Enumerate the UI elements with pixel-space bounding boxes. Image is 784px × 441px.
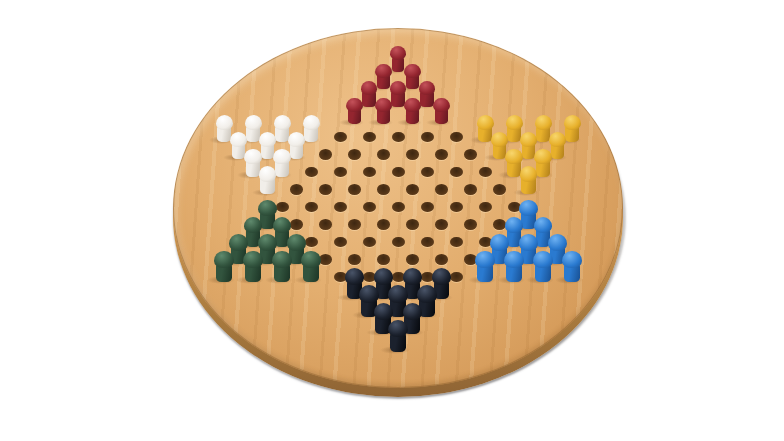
hole[interactable] <box>305 237 318 248</box>
hole[interactable] <box>363 132 376 143</box>
board-cell <box>485 181 514 199</box>
hole[interactable] <box>392 167 405 178</box>
peg-green[interactable] <box>272 251 291 281</box>
hole[interactable] <box>363 167 376 178</box>
hole[interactable] <box>479 167 492 178</box>
hole[interactable] <box>435 219 448 230</box>
hole[interactable] <box>305 167 318 178</box>
board-cell <box>413 163 442 181</box>
hole[interactable] <box>435 254 448 265</box>
board-cell <box>355 233 384 251</box>
hole[interactable] <box>464 149 477 160</box>
peg-black[interactable] <box>388 320 408 352</box>
board-cell <box>340 251 369 269</box>
peg-blue[interactable] <box>562 251 581 281</box>
hole[interactable] <box>334 202 347 213</box>
hole[interactable] <box>435 184 448 195</box>
hole[interactable] <box>334 167 347 178</box>
hole[interactable] <box>493 184 506 195</box>
hole[interactable] <box>377 219 390 230</box>
hole[interactable] <box>319 184 332 195</box>
board-cell <box>297 268 326 286</box>
hole[interactable] <box>348 184 361 195</box>
hole[interactable] <box>348 219 361 230</box>
board-cell <box>326 163 355 181</box>
board-cell <box>456 146 485 164</box>
hole[interactable] <box>290 184 303 195</box>
board-cell <box>427 111 456 129</box>
board-cell <box>253 181 282 199</box>
hole[interactable] <box>392 132 405 143</box>
hole[interactable] <box>348 254 361 265</box>
hole[interactable] <box>406 184 419 195</box>
hole[interactable] <box>276 202 289 213</box>
chinese-checkers-photo <box>0 0 784 441</box>
board-cell <box>529 268 558 286</box>
board-cell <box>282 181 311 199</box>
hole[interactable] <box>319 254 332 265</box>
board-cell <box>355 128 384 146</box>
board-cell <box>369 251 398 269</box>
board-cell <box>384 163 413 181</box>
hole[interactable] <box>305 202 318 213</box>
hole[interactable] <box>319 219 332 230</box>
hole[interactable] <box>392 202 405 213</box>
hole[interactable] <box>363 237 376 248</box>
board-cell <box>384 233 413 251</box>
board-cell <box>326 233 355 251</box>
hole[interactable] <box>406 219 419 230</box>
hole[interactable] <box>290 219 303 230</box>
board-cell <box>398 146 427 164</box>
hole[interactable] <box>421 202 434 213</box>
board-cell <box>239 268 268 286</box>
board-cell <box>340 111 369 129</box>
hole[interactable] <box>406 254 419 265</box>
hole[interactable] <box>435 149 448 160</box>
board-cell <box>369 146 398 164</box>
board-cell <box>398 216 427 234</box>
hole[interactable] <box>334 132 347 143</box>
hole[interactable] <box>464 219 477 230</box>
peg-white[interactable] <box>259 166 277 194</box>
peg-green[interactable] <box>214 251 233 281</box>
board-cell <box>340 146 369 164</box>
hole[interactable] <box>406 149 419 160</box>
hole[interactable] <box>450 237 463 248</box>
board-cell <box>340 216 369 234</box>
hole[interactable] <box>319 149 332 160</box>
board-cell <box>311 216 340 234</box>
board-cell <box>355 198 384 216</box>
hole[interactable] <box>363 202 376 213</box>
board-cell <box>413 198 442 216</box>
hole[interactable] <box>377 184 390 195</box>
hole[interactable] <box>464 184 477 195</box>
board-cell <box>369 181 398 199</box>
peg-yellow[interactable] <box>520 166 538 194</box>
board-cell <box>384 198 413 216</box>
board-cell <box>514 181 543 199</box>
board-cell <box>427 216 456 234</box>
board-cell <box>471 268 500 286</box>
board-cell <box>442 128 471 146</box>
board-cell <box>384 338 413 356</box>
board-cell <box>427 251 456 269</box>
peg-red[interactable] <box>404 98 421 125</box>
peg-blue[interactable] <box>475 251 494 281</box>
board-cell <box>210 268 239 286</box>
hole[interactable] <box>392 237 405 248</box>
board-cell <box>442 163 471 181</box>
hole[interactable] <box>421 167 434 178</box>
peg-red[interactable] <box>346 98 363 125</box>
board-cell <box>340 181 369 199</box>
hole[interactable] <box>348 149 361 160</box>
board-cell <box>355 163 384 181</box>
board-cell <box>268 268 297 286</box>
peg-red[interactable] <box>375 98 392 125</box>
board-cell <box>413 233 442 251</box>
board-cell <box>311 181 340 199</box>
board-cell <box>297 163 326 181</box>
peg-green[interactable] <box>243 251 262 281</box>
hole[interactable] <box>377 254 390 265</box>
hole[interactable] <box>450 202 463 213</box>
peg-blue[interactable] <box>533 251 552 281</box>
hole[interactable] <box>450 132 463 143</box>
board-cell <box>297 198 326 216</box>
board-cell <box>326 198 355 216</box>
board-cell <box>456 181 485 199</box>
board-cell <box>398 181 427 199</box>
board-cell <box>456 216 485 234</box>
hole[interactable] <box>450 272 463 283</box>
board-cell <box>369 111 398 129</box>
board-cell <box>413 128 442 146</box>
peg-red[interactable] <box>433 98 450 125</box>
board-cell <box>500 268 529 286</box>
peg-blue[interactable] <box>504 251 523 281</box>
hole[interactable] <box>450 167 463 178</box>
board-cell <box>558 268 587 286</box>
board-cell <box>311 146 340 164</box>
board-cell <box>398 251 427 269</box>
peg-green[interactable] <box>301 251 320 281</box>
board-cell <box>384 128 413 146</box>
hole[interactable] <box>377 149 390 160</box>
board-cell <box>471 198 500 216</box>
hole[interactable] <box>421 132 434 143</box>
board-cell <box>369 216 398 234</box>
board-cell <box>471 163 500 181</box>
hole[interactable] <box>479 202 492 213</box>
board-cell <box>442 198 471 216</box>
board-cell <box>427 181 456 199</box>
board-grid <box>210 58 587 356</box>
board-cell <box>326 128 355 146</box>
board-cell <box>398 111 427 129</box>
hole[interactable] <box>421 237 434 248</box>
board-cell <box>427 146 456 164</box>
hole[interactable] <box>334 237 347 248</box>
board-cell <box>442 233 471 251</box>
